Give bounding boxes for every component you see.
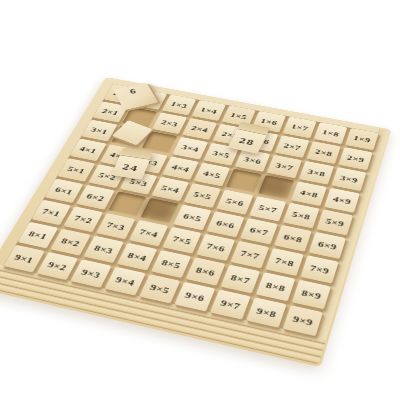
tile-4x8[interactable]: 4×8 [291,181,327,206]
photo-scene: 1×11×21×31×41×51×61×71×81×92×12×32×42×52… [0,0,400,400]
tile-9x4[interactable]: 9×4 [105,267,146,296]
tile-5x5[interactable]: 5×5 [184,183,221,208]
tile-3x4[interactable]: 3×4 [172,137,208,160]
tile-7x2[interactable]: 7×2 [64,206,103,232]
tile-8x8[interactable]: 8×8 [256,272,295,301]
tile-4x5[interactable]: 4×5 [194,163,230,187]
tile-6x5[interactable]: 6×5 [173,205,211,231]
tile-7x6[interactable]: 7×6 [196,234,235,261]
tile-5x9[interactable]: 5×9 [317,209,353,235]
tile-5x4[interactable]: 5×4 [152,177,189,201]
tile-9x5[interactable]: 9×5 [139,274,180,303]
tile-3x8[interactable]: 3×8 [299,161,334,185]
tile-3x1[interactable]: 3×1 [81,120,117,142]
tile-1x8[interactable]: 1×8 [314,122,348,144]
tile-2x3[interactable]: 2×3 [152,112,187,133]
tile-4x9[interactable]: 4×9 [324,188,360,213]
tile-5x7[interactable]: 5×7 [249,196,286,221]
tile-6x8[interactable]: 6×8 [274,225,311,252]
tile-1x3[interactable]: 1×3 [162,95,196,116]
tile-7x7[interactable]: 7×7 [231,241,270,269]
tile-2x8[interactable]: 2×8 [307,141,341,164]
tile-8x7[interactable]: 8×7 [221,265,261,294]
tile-1x4[interactable]: 1×4 [192,100,226,121]
tile-5x6[interactable]: 5×6 [216,190,253,215]
tile-8x5[interactable]: 8×5 [151,250,191,278]
tile-3x7[interactable]: 3×7 [267,155,302,178]
hole-4x6 [226,169,262,193]
tile-4x4[interactable]: 4×4 [162,156,198,179]
multiplication-board: 1×11×21×31×41×51×61×71×81×92×12×32×42×52… [0,77,391,367]
tile-8x4[interactable]: 8×4 [117,243,157,271]
tile-8x9[interactable]: 8×9 [292,280,331,309]
cube-9-label: 9 [129,87,137,96]
tile-5x8[interactable]: 5×8 [283,203,320,229]
tile-7x8[interactable]: 7×8 [265,248,303,276]
tile-6x6[interactable]: 6×6 [207,211,245,237]
tile-7x3[interactable]: 7×3 [96,213,135,239]
tile-6x7[interactable]: 6×7 [240,218,278,244]
tile-7x4[interactable]: 7×4 [129,220,168,246]
tile-1x9[interactable]: 1×9 [345,128,378,150]
tile-1x7[interactable]: 1×7 [283,117,317,139]
tile-6x9[interactable]: 6×9 [309,232,346,259]
tile-2x7[interactable]: 2×7 [275,135,309,158]
tile-2x4[interactable]: 2×4 [182,118,217,140]
tile-9x7[interactable]: 9×7 [210,290,251,320]
tile-3x9[interactable]: 3×9 [332,167,367,191]
tile-6x2[interactable]: 6×2 [76,185,115,210]
tile-2x9[interactable]: 2×9 [339,147,373,170]
tile-7x5[interactable]: 7×5 [162,227,201,254]
tile-8x6[interactable]: 8×6 [186,257,226,285]
tile-8x3[interactable]: 8×3 [83,236,123,263]
